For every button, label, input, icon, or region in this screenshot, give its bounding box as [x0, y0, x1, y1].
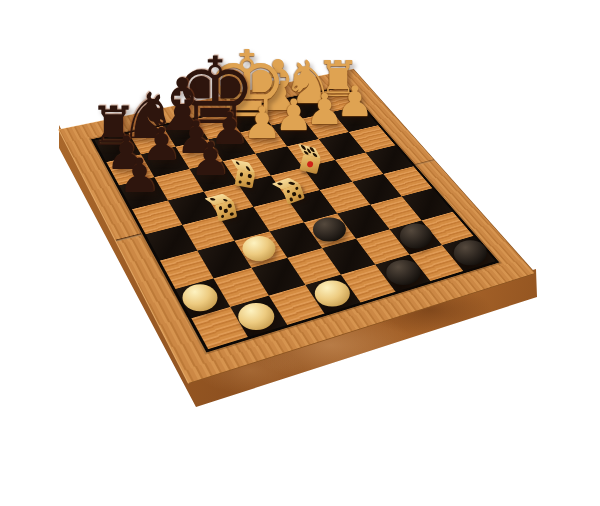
light-checker-stone-d1[interactable] [315, 281, 349, 307]
die-e5-top2-front5[interactable] [294, 196, 312, 212]
dark-checker-stone-h1[interactable] [454, 240, 486, 265]
product-photo-stage: ♜♞♝♚♚♝♞♜♟♟♟♟♟♟♟♟♟♟ [0, 0, 600, 506]
pieces-layer: ♜♞♝♚♚♝♞♜♟♟♟♟♟♟♟♟♟♟ [0, 0, 600, 506]
dark-pawn-c6[interactable]: ♟ [190, 136, 231, 182]
dark-pawn-a6[interactable]: ♟ [118, 152, 161, 199]
die-c5-top2-front5[interactable] [226, 213, 245, 230]
die-f6-top5-front1[interactable] [310, 166, 328, 182]
die-d6-top2-front4[interactable] [245, 181, 263, 197]
light-checker-stone-c3[interactable] [242, 236, 275, 261]
dark-checker-stone-e3[interactable] [313, 217, 345, 242]
dark-checker-stone-g2[interactable] [400, 224, 432, 249]
light-checker-stone-b1[interactable] [239, 303, 274, 330]
light-checker-stone-a2[interactable] [182, 284, 217, 311]
dark-checker-stone-f1[interactable] [387, 260, 420, 286]
